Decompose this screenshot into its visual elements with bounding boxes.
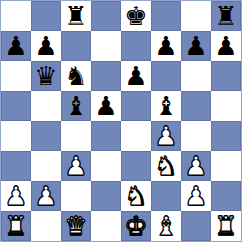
square-g4[interactable]: [181, 121, 211, 151]
piece-white-pawn[interactable]: ♟: [34, 181, 57, 211]
square-b5[interactable]: [31, 91, 61, 121]
piece-black-pawn[interactable]: ♟: [154, 31, 177, 61]
piece-black-pawn[interactable]: ♟: [124, 61, 147, 91]
square-h6[interactable]: [211, 61, 241, 91]
square-a7[interactable]: ♟: [1, 31, 31, 61]
square-c7[interactable]: [61, 31, 91, 61]
piece-black-pawn[interactable]: ♟: [214, 31, 237, 61]
piece-white-pawn[interactable]: ♟: [4, 181, 27, 211]
square-b8[interactable]: [31, 1, 61, 31]
square-b3[interactable]: [31, 151, 61, 181]
square-d3[interactable]: [91, 151, 121, 181]
piece-white-rook[interactable]: ♜: [4, 211, 27, 241]
square-g3[interactable]: ♟: [181, 151, 211, 181]
square-h4[interactable]: [211, 121, 241, 151]
square-d4[interactable]: [91, 121, 121, 151]
square-d5[interactable]: ♟: [91, 91, 121, 121]
square-g5[interactable]: [181, 91, 211, 121]
square-a8[interactable]: [1, 1, 31, 31]
piece-white-bishop[interactable]: ♝: [154, 211, 177, 241]
square-a5[interactable]: [1, 91, 31, 121]
piece-black-pawn[interactable]: ♟: [94, 91, 117, 121]
square-b6[interactable]: ♛: [31, 61, 61, 91]
square-e6[interactable]: ♟: [121, 61, 151, 91]
piece-black-pawn[interactable]: ♟: [34, 31, 57, 61]
square-b4[interactable]: [31, 121, 61, 151]
chess-board-window: ♜♚♜♟♟♟♟♟♛♞♟♝♟♝♟♟♞♟♟♟♞♟♜♛♚♝♜: [0, 0, 242, 242]
piece-black-pawn[interactable]: ♟: [184, 31, 207, 61]
square-b2[interactable]: ♟: [31, 181, 61, 211]
square-e8[interactable]: ♚: [121, 1, 151, 31]
square-h5[interactable]: [211, 91, 241, 121]
piece-black-bishop[interactable]: ♝: [64, 91, 87, 121]
square-h7[interactable]: ♟: [211, 31, 241, 61]
piece-black-knight[interactable]: ♞: [64, 61, 87, 91]
square-g7[interactable]: ♟: [181, 31, 211, 61]
piece-white-pawn[interactable]: ♟: [184, 181, 207, 211]
piece-white-pawn[interactable]: ♟: [154, 121, 177, 151]
piece-black-pawn[interactable]: ♟: [4, 31, 27, 61]
square-d6[interactable]: [91, 61, 121, 91]
square-c5[interactable]: ♝: [61, 91, 91, 121]
square-c6[interactable]: ♞: [61, 61, 91, 91]
square-f4[interactable]: ♟: [151, 121, 181, 151]
square-g2[interactable]: ♟: [181, 181, 211, 211]
piece-black-rook[interactable]: ♜: [64, 1, 87, 31]
square-b1[interactable]: [31, 211, 61, 241]
square-f3[interactable]: ♞: [151, 151, 181, 181]
piece-black-king[interactable]: ♚: [124, 1, 147, 31]
square-e3[interactable]: [121, 151, 151, 181]
square-e4[interactable]: [121, 121, 151, 151]
square-b7[interactable]: ♟: [31, 31, 61, 61]
piece-black-rook[interactable]: ♜: [214, 1, 237, 31]
square-d1[interactable]: [91, 211, 121, 241]
square-c1[interactable]: ♛: [61, 211, 91, 241]
square-c2[interactable]: [61, 181, 91, 211]
square-e1[interactable]: ♚: [121, 211, 151, 241]
piece-white-knight[interactable]: ♞: [154, 151, 177, 181]
square-g6[interactable]: [181, 61, 211, 91]
piece-white-knight[interactable]: ♞: [124, 181, 147, 211]
square-a4[interactable]: [1, 121, 31, 151]
square-c8[interactable]: ♜: [61, 1, 91, 31]
square-f5[interactable]: ♝: [151, 91, 181, 121]
piece-white-pawn[interactable]: ♟: [64, 151, 87, 181]
square-f6[interactable]: [151, 61, 181, 91]
square-d2[interactable]: [91, 181, 121, 211]
piece-black-queen[interactable]: ♛: [34, 61, 57, 91]
square-f1[interactable]: ♝: [151, 211, 181, 241]
square-e2[interactable]: ♞: [121, 181, 151, 211]
square-a1[interactable]: ♜: [1, 211, 31, 241]
square-e5[interactable]: [121, 91, 151, 121]
square-g8[interactable]: [181, 1, 211, 31]
piece-white-rook[interactable]: ♜: [214, 211, 237, 241]
square-h1[interactable]: ♜: [211, 211, 241, 241]
square-h8[interactable]: ♜: [211, 1, 241, 31]
square-e7[interactable]: [121, 31, 151, 61]
piece-white-pawn[interactable]: ♟: [184, 151, 207, 181]
square-h2[interactable]: [211, 181, 241, 211]
piece-black-bishop[interactable]: ♝: [154, 91, 177, 121]
square-a3[interactable]: [1, 151, 31, 181]
square-d8[interactable]: [91, 1, 121, 31]
chess-board: ♜♚♜♟♟♟♟♟♛♞♟♝♟♝♟♟♞♟♟♟♞♟♜♛♚♝♜: [0, 0, 242, 242]
square-c4[interactable]: [61, 121, 91, 151]
square-g1[interactable]: [181, 211, 211, 241]
square-f2[interactable]: [151, 181, 181, 211]
square-c3[interactable]: ♟: [61, 151, 91, 181]
square-f7[interactable]: ♟: [151, 31, 181, 61]
piece-white-queen[interactable]: ♛: [64, 211, 87, 241]
square-a2[interactable]: ♟: [1, 181, 31, 211]
square-d7[interactable]: [91, 31, 121, 61]
square-a6[interactable]: [1, 61, 31, 91]
square-f8[interactable]: [151, 1, 181, 31]
piece-white-king[interactable]: ♚: [124, 211, 147, 241]
square-h3[interactable]: [211, 151, 241, 181]
